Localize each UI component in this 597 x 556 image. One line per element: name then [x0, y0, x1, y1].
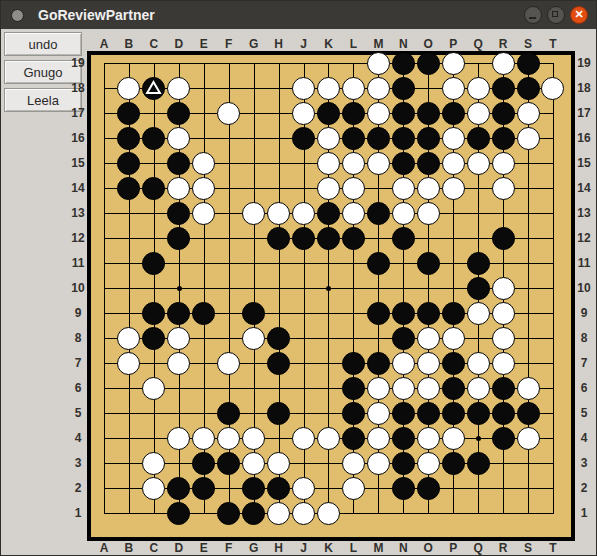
stone-black-S5: [517, 402, 540, 425]
stone-white-Q6: [467, 377, 490, 400]
stone-white-B8: [117, 327, 140, 350]
stone-white-F17: [217, 102, 240, 125]
bottom-coord-F: F: [221, 541, 237, 555]
stone-black-M9: [367, 302, 390, 325]
stone-white-J4: [292, 427, 315, 450]
left-coord-1: 1: [70, 506, 86, 520]
right-coord-3: 3: [576, 456, 592, 470]
right-coord-5: 5: [576, 406, 592, 420]
stone-black-C11: [142, 252, 165, 275]
stone-white-R15: [492, 152, 515, 175]
stone-white-O14: [417, 177, 440, 200]
stone-white-R8: [492, 327, 515, 350]
minimize-icon: [529, 17, 536, 19]
grid-line-v: [553, 63, 554, 514]
stone-black-B16: [117, 127, 140, 150]
stone-black-G2: [242, 477, 265, 500]
stone-white-P4: [442, 427, 465, 450]
right-coord-6: 6: [576, 381, 592, 395]
stone-white-G8: [242, 327, 265, 350]
stone-white-O13: [417, 202, 440, 225]
stone-black-J16: [292, 127, 315, 150]
top-coord-Q: Q: [470, 37, 486, 51]
stone-white-M17: [367, 102, 390, 125]
stone-white-O7: [417, 352, 440, 375]
triangle-marker-icon: [143, 77, 164, 100]
top-coord-F: F: [221, 37, 237, 51]
stone-black-M13: [367, 202, 390, 225]
stone-black-E3: [192, 452, 215, 475]
stone-black-O16: [417, 127, 440, 150]
bottom-coord-Q: Q: [470, 541, 486, 555]
star-point-K10: [326, 286, 331, 291]
stone-white-P19: [442, 52, 465, 75]
stone-black-N17: [392, 102, 415, 125]
stone-white-M4: [367, 427, 390, 450]
stone-white-L14: [342, 177, 365, 200]
left-coord-7: 7: [70, 356, 86, 370]
stone-white-R14: [492, 177, 515, 200]
stone-black-H5: [267, 402, 290, 425]
stone-black-L7: [342, 352, 365, 375]
left-coord-19: 19: [70, 56, 86, 70]
goban[interactable]: [87, 51, 575, 541]
bottom-coord-J: J: [296, 541, 312, 555]
stone-black-D9: [167, 302, 190, 325]
bottom-coord-N: N: [395, 541, 411, 555]
stone-black-O9: [417, 302, 440, 325]
top-coord-B: B: [121, 37, 137, 51]
goban-grid[interactable]: [91, 55, 571, 537]
stone-black-F1: [217, 502, 240, 525]
stone-black-O2: [417, 477, 440, 500]
stone-white-G3: [242, 452, 265, 475]
bottom-coord-O: O: [420, 541, 436, 555]
stone-black-J12: [292, 227, 315, 250]
stone-black-N2: [392, 477, 415, 500]
stone-white-B18: [117, 77, 140, 100]
stone-white-E15: [192, 152, 215, 175]
top-coord-N: N: [395, 37, 411, 51]
stone-white-E14: [192, 177, 215, 200]
left-coord-5: 5: [70, 406, 86, 420]
stone-white-N14: [392, 177, 415, 200]
stone-white-R19: [492, 52, 515, 75]
stone-black-K17: [317, 102, 340, 125]
top-coord-J: J: [296, 37, 312, 51]
stone-black-D12: [167, 227, 190, 250]
stone-black-D13: [167, 202, 190, 225]
stone-white-K18: [317, 77, 340, 100]
right-coord-2: 2: [576, 481, 592, 495]
stone-black-O17: [417, 102, 440, 125]
top-coord-G: G: [246, 37, 262, 51]
stone-white-K4: [317, 427, 340, 450]
stone-black-F5: [217, 402, 240, 425]
left-coord-16: 16: [70, 131, 86, 145]
top-coord-S: S: [520, 37, 536, 51]
bottom-coord-M: M: [370, 541, 386, 555]
stone-white-M3: [367, 452, 390, 475]
stone-black-K12: [317, 227, 340, 250]
stone-black-L16: [342, 127, 365, 150]
stone-white-L18: [342, 77, 365, 100]
stone-white-D18: [167, 77, 190, 100]
stone-white-E4: [192, 427, 215, 450]
left-coord-18: 18: [70, 81, 86, 95]
stone-white-J17: [292, 102, 315, 125]
left-coord-11: 11: [70, 256, 86, 270]
titlebar[interactable]: GoReviewPartner ✕: [1, 1, 596, 29]
stone-white-D8: [167, 327, 190, 350]
right-coord-8: 8: [576, 331, 592, 345]
stone-black-C14: [142, 177, 165, 200]
bottom-coord-C: C: [146, 541, 162, 555]
top-coord-M: M: [370, 37, 386, 51]
stone-black-G1: [242, 502, 265, 525]
stone-white-O3: [417, 452, 440, 475]
stone-white-M15: [367, 152, 390, 175]
stone-black-N12: [392, 227, 415, 250]
right-coord-1: 1: [576, 506, 592, 520]
stone-black-H8: [267, 327, 290, 350]
stone-black-G9: [242, 302, 265, 325]
stone-black-C8: [142, 327, 165, 350]
top-coord-T: T: [545, 37, 561, 51]
stone-white-G13: [242, 202, 265, 225]
stone-white-N7: [392, 352, 415, 375]
stone-black-N4: [392, 427, 415, 450]
stone-white-L3: [342, 452, 365, 475]
stone-black-R12: [492, 227, 515, 250]
top-coord-D: D: [171, 37, 187, 51]
stone-white-J2: [292, 477, 315, 500]
top-coord-O: O: [420, 37, 436, 51]
left-coord-12: 12: [70, 231, 86, 245]
stone-black-D2: [167, 477, 190, 500]
stone-white-K16: [317, 127, 340, 150]
top-coord-K: K: [320, 37, 336, 51]
stone-black-S18: [517, 77, 540, 100]
stone-white-H13: [267, 202, 290, 225]
stone-black-M7: [367, 352, 390, 375]
stone-black-D1: [167, 502, 190, 525]
stone-black-Q5: [467, 402, 490, 425]
right-coord-4: 4: [576, 431, 592, 445]
app-window: GoReviewPartner ✕ undo Gnugo Leela AABBC…: [0, 0, 597, 556]
bottom-coord-B: B: [121, 541, 137, 555]
stone-white-L15: [342, 152, 365, 175]
bottom-coord-P: P: [445, 541, 461, 555]
top-coord-C: C: [146, 37, 162, 51]
stone-white-Q9: [467, 302, 490, 325]
maximize-button[interactable]: [547, 6, 565, 24]
stone-white-N6: [392, 377, 415, 400]
left-coord-4: 4: [70, 431, 86, 445]
stone-black-R6: [492, 377, 515, 400]
stone-black-B14: [117, 177, 140, 200]
stone-white-M6: [367, 377, 390, 400]
stone-white-D16: [167, 127, 190, 150]
bottom-coord-K: K: [320, 541, 336, 555]
stone-white-H3: [267, 452, 290, 475]
stone-white-J13: [292, 202, 315, 225]
stone-white-T18: [541, 77, 564, 100]
stone-black-N8: [392, 327, 415, 350]
bottom-coord-H: H: [271, 541, 287, 555]
stone-black-E9: [192, 302, 215, 325]
star-point-Q4: [476, 436, 481, 441]
bottom-coord-D: D: [171, 541, 187, 555]
stone-white-F4: [217, 427, 240, 450]
stone-white-Q7: [467, 352, 490, 375]
right-coord-13: 13: [576, 206, 592, 220]
stone-black-N3: [392, 452, 415, 475]
stone-black-F3: [217, 452, 240, 475]
stone-black-E2: [192, 477, 215, 500]
bottom-coord-S: S: [520, 541, 536, 555]
stone-black-L17: [342, 102, 365, 125]
stone-white-F7: [217, 352, 240, 375]
stone-white-S4: [517, 427, 540, 450]
stone-white-C6: [142, 377, 165, 400]
stone-black-L5: [342, 402, 365, 425]
stone-white-M5: [367, 402, 390, 425]
top-coord-R: R: [495, 37, 511, 51]
stone-black-N16: [392, 127, 415, 150]
right-coord-7: 7: [576, 356, 592, 370]
stone-white-P16: [442, 127, 465, 150]
stone-black-M11: [367, 252, 390, 275]
left-coord-10: 10: [70, 281, 86, 295]
left-coord-17: 17: [70, 106, 86, 120]
right-coord-12: 12: [576, 231, 592, 245]
top-coord-E: E: [196, 37, 212, 51]
left-coord-8: 8: [70, 331, 86, 345]
left-coord-13: 13: [70, 206, 86, 220]
stone-white-N13: [392, 202, 415, 225]
stone-black-H12: [267, 227, 290, 250]
app-icon: [11, 9, 24, 22]
stone-black-P5: [442, 402, 465, 425]
stone-black-O19: [417, 52, 440, 75]
toolbar: undo Gnugo Leela: [4, 32, 82, 112]
stone-white-C2: [142, 477, 165, 500]
stone-white-C3: [142, 452, 165, 475]
left-coord-15: 15: [70, 156, 86, 170]
left-coord-6: 6: [70, 381, 86, 395]
right-coord-9: 9: [576, 306, 592, 320]
stone-white-S16: [517, 127, 540, 150]
maximize-icon: [552, 11, 558, 17]
stone-black-N15: [392, 152, 415, 175]
stone-white-L13: [342, 202, 365, 225]
right-coord-11: 11: [576, 256, 592, 270]
right-coord-18: 18: [576, 81, 592, 95]
stone-black-R18: [492, 77, 515, 100]
stone-black-N5: [392, 402, 415, 425]
stone-black-R5: [492, 402, 515, 425]
bottom-coord-G: G: [246, 541, 262, 555]
stone-black-S19: [517, 52, 540, 75]
stone-black-Q16: [467, 127, 490, 150]
stone-white-H1: [267, 502, 290, 525]
stone-black-C9: [142, 302, 165, 325]
stone-black-L6: [342, 377, 365, 400]
stone-black-M16: [367, 127, 390, 150]
stone-black-N19: [392, 52, 415, 75]
window-controls: ✕: [524, 6, 588, 24]
stone-black-Q11: [467, 252, 490, 275]
left-coord-3: 3: [70, 456, 86, 470]
right-coord-16: 16: [576, 131, 592, 145]
stone-white-P8: [442, 327, 465, 350]
stone-black-R16: [492, 127, 515, 150]
stone-black-N18: [392, 77, 415, 100]
stone-black-N9: [392, 302, 415, 325]
stone-white-K1: [317, 502, 340, 525]
bottom-coord-E: E: [196, 541, 212, 555]
stone-black-B15: [117, 152, 140, 175]
stone-white-D4: [167, 427, 190, 450]
stone-black-Q3: [467, 452, 490, 475]
left-coord-9: 9: [70, 306, 86, 320]
stone-white-P15: [442, 152, 465, 175]
undo-button[interactable]: undo: [4, 32, 82, 56]
stone-white-P14: [442, 177, 465, 200]
stone-black-B17: [117, 102, 140, 125]
bottom-coord-T: T: [545, 541, 561, 555]
right-coord-14: 14: [576, 181, 592, 195]
stone-black-O15: [417, 152, 440, 175]
stone-black-P7: [442, 352, 465, 375]
stone-white-S6: [517, 377, 540, 400]
stone-white-L2: [342, 477, 365, 500]
stone-white-Q18: [467, 77, 490, 100]
stone-white-D14: [167, 177, 190, 200]
stone-white-R10: [492, 277, 515, 300]
stone-black-R4: [492, 427, 515, 450]
bottom-coord-R: R: [495, 541, 511, 555]
right-coord-19: 19: [576, 56, 592, 70]
stone-white-S17: [517, 102, 540, 125]
stone-white-Q15: [467, 152, 490, 175]
stone-white-R9: [492, 302, 515, 325]
stone-white-D7: [167, 352, 190, 375]
right-coord-17: 17: [576, 106, 592, 120]
stone-black-O5: [417, 402, 440, 425]
stone-black-Q10: [467, 277, 490, 300]
stone-black-O11: [417, 252, 440, 275]
stone-white-R7: [492, 352, 515, 375]
stone-black-P9: [442, 302, 465, 325]
top-coord-P: P: [445, 37, 461, 51]
stone-white-G4: [242, 427, 265, 450]
bottom-coord-L: L: [345, 541, 361, 555]
stone-white-O4: [417, 427, 440, 450]
stone-white-E13: [192, 202, 215, 225]
bottom-coord-A: A: [96, 541, 112, 555]
stone-white-O6: [417, 377, 440, 400]
stone-white-M18: [367, 77, 390, 100]
stone-black-R17: [492, 102, 515, 125]
close-icon: ✕: [571, 7, 587, 23]
stone-black-L4: [342, 427, 365, 450]
minimize-button[interactable]: [524, 6, 542, 24]
top-coord-H: H: [271, 37, 287, 51]
right-coord-15: 15: [576, 156, 592, 170]
stone-black-C16: [142, 127, 165, 150]
stone-white-M19: [367, 52, 390, 75]
stone-white-J18: [292, 77, 315, 100]
stone-black-D15: [167, 152, 190, 175]
top-coord-A: A: [96, 37, 112, 51]
stone-white-Q17: [467, 102, 490, 125]
stone-white-B7: [117, 352, 140, 375]
stone-white-K15: [317, 152, 340, 175]
right-coord-10: 10: [576, 281, 592, 295]
stone-white-K14: [317, 177, 340, 200]
stone-black-P3: [442, 452, 465, 475]
top-coord-L: L: [345, 37, 361, 51]
stone-white-J1: [292, 502, 315, 525]
stone-black-C18: [142, 77, 165, 100]
stone-black-L12: [342, 227, 365, 250]
stone-black-P17: [442, 102, 465, 125]
stone-white-O8: [417, 327, 440, 350]
left-coord-14: 14: [70, 181, 86, 195]
stone-black-D17: [167, 102, 190, 125]
star-point-D10: [177, 286, 182, 291]
window-title: GoReviewPartner: [38, 7, 524, 23]
stone-white-P18: [442, 77, 465, 100]
left-coord-2: 2: [70, 481, 86, 495]
stone-black-H2: [267, 477, 290, 500]
stone-black-K13: [317, 202, 340, 225]
stone-black-H7: [267, 352, 290, 375]
close-button[interactable]: ✕: [570, 6, 588, 24]
stone-black-P6: [442, 377, 465, 400]
